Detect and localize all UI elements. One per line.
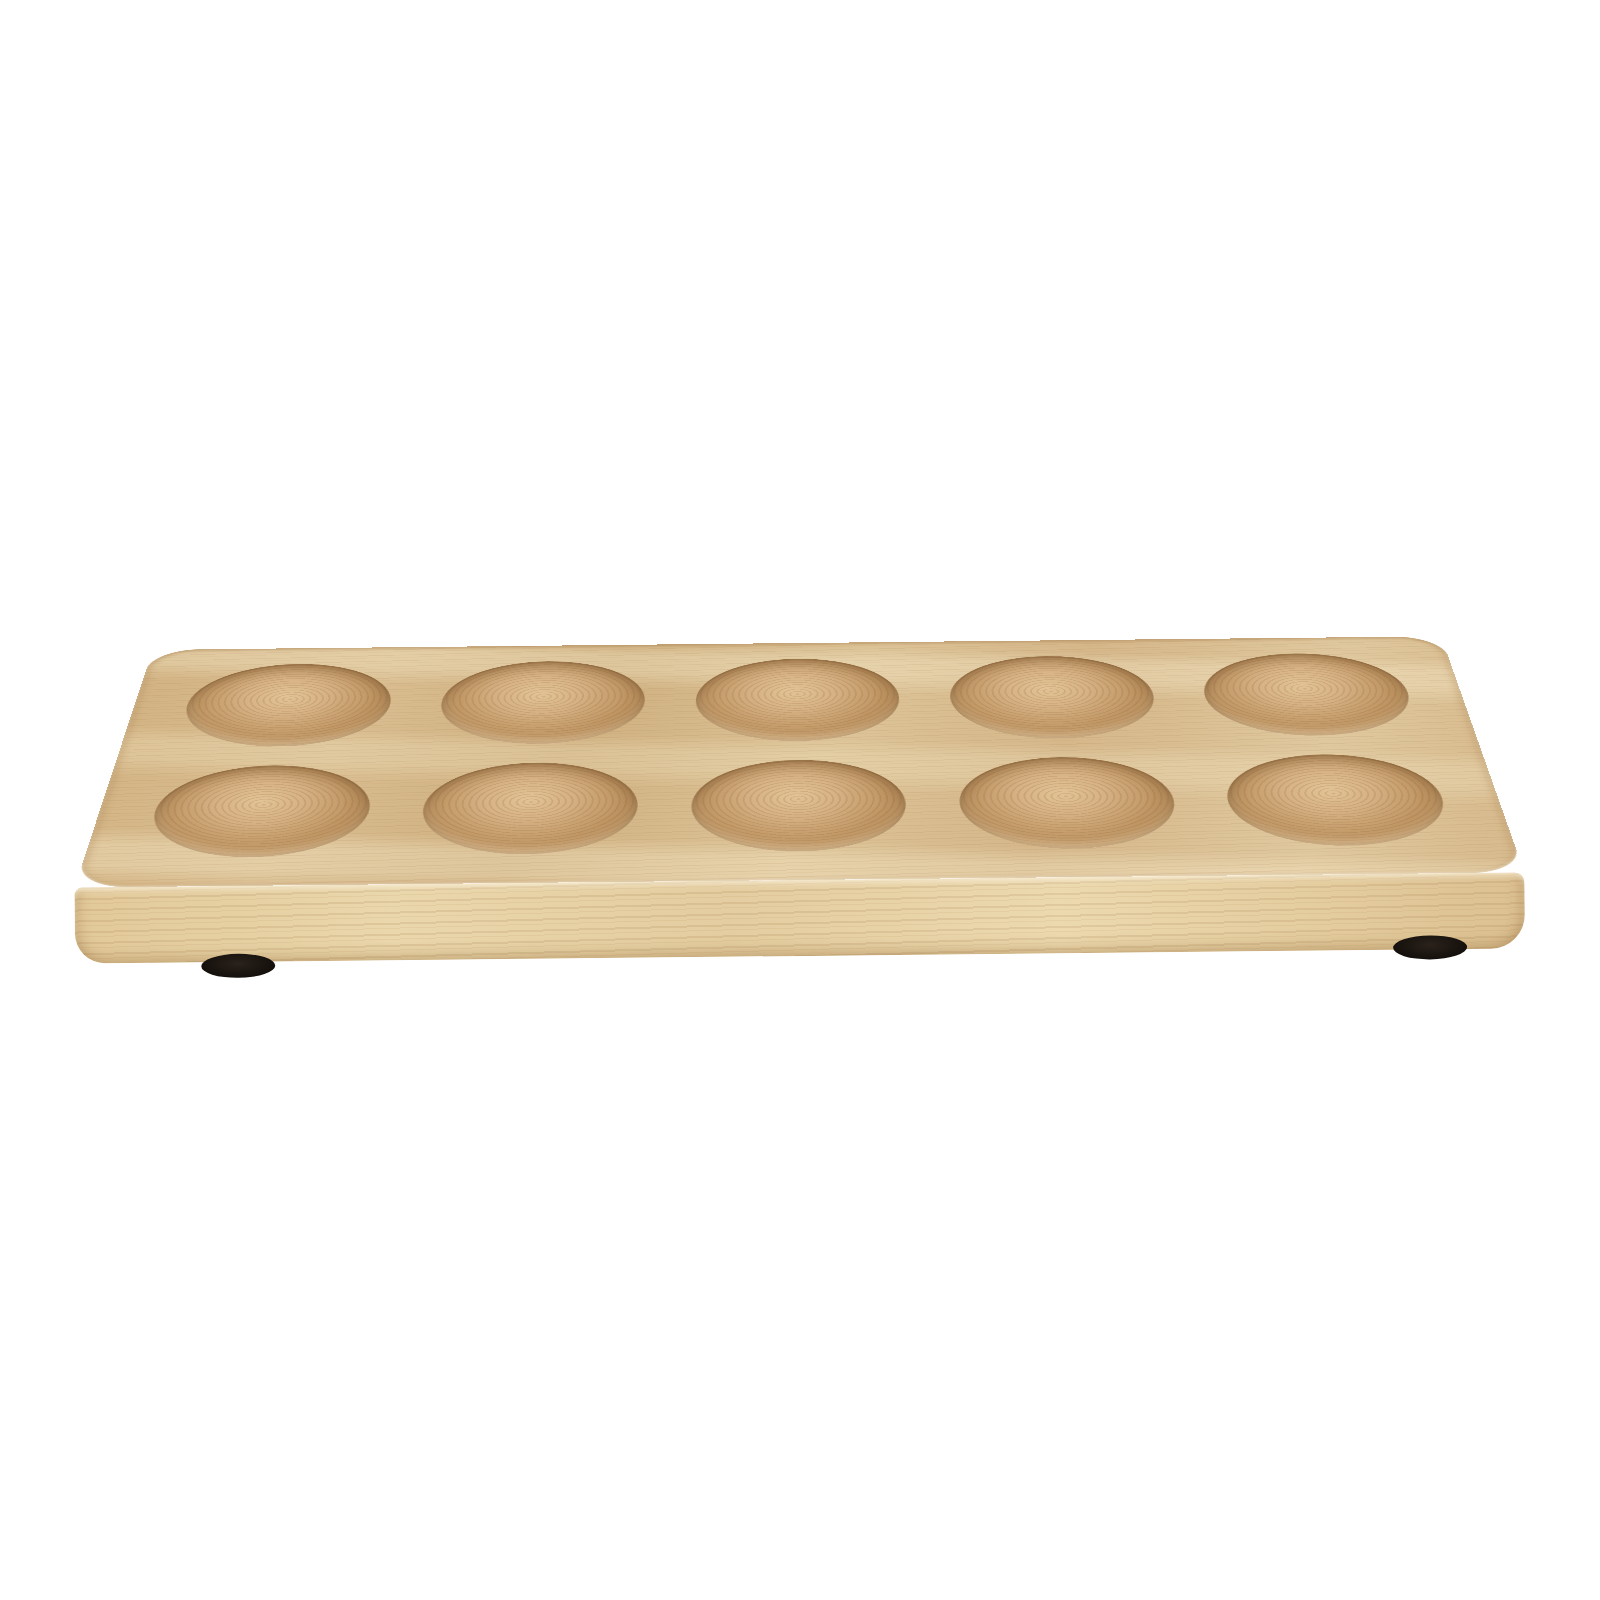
pit-top-1[interactable] — [175, 663, 399, 748]
pit-bottom-4[interactable] — [956, 756, 1183, 849]
rubber-foot-right — [1393, 935, 1467, 960]
product-photo-scene — [0, 0, 1600, 1600]
pit-bottom-1[interactable] — [141, 764, 378, 858]
pit-top-2[interactable] — [434, 660, 647, 744]
mancala-board — [68, 304, 1525, 999]
board-front-face — [74, 872, 1525, 963]
pit-grid — [74, 636, 1524, 887]
pit-bottom-5[interactable] — [1218, 753, 1457, 846]
pit-bottom-2[interactable] — [415, 762, 640, 856]
pit-top-3[interactable] — [694, 658, 901, 742]
rubber-foot-left — [201, 953, 275, 978]
pit-top-5[interactable] — [1196, 652, 1422, 736]
board-top-surface — [74, 636, 1524, 887]
pit-top-4[interactable] — [947, 655, 1162, 739]
pit-bottom-3[interactable] — [690, 759, 909, 853]
